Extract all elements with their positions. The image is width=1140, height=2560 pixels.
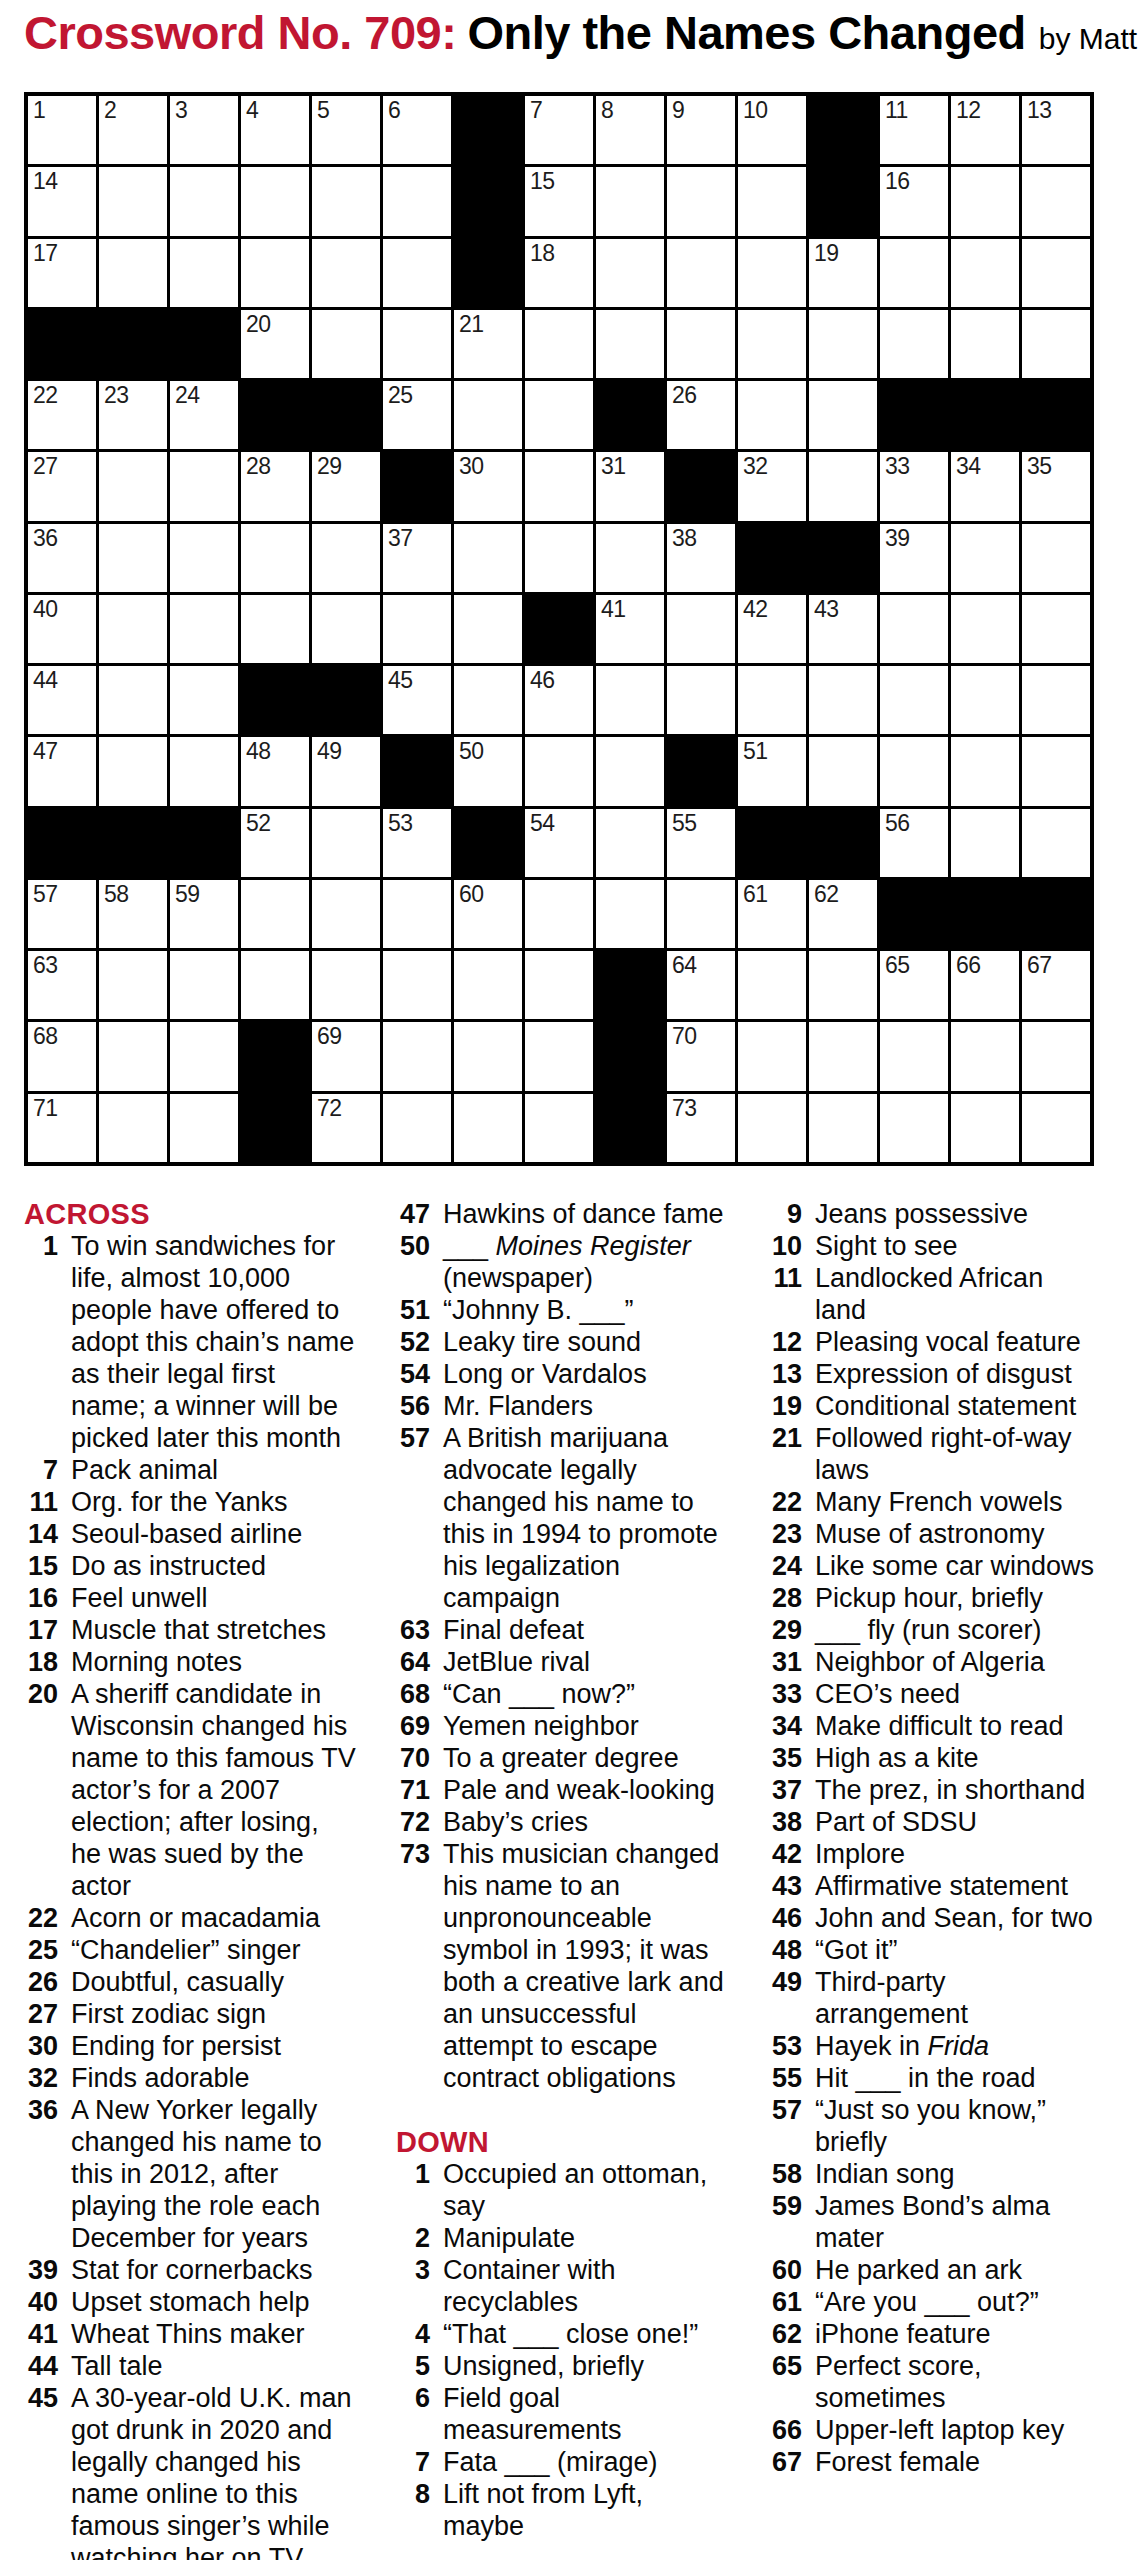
grid-cell-r6c9[interactable]: 31 — [596, 452, 664, 520]
grid-cell-r13c13[interactable]: 65 — [880, 951, 948, 1019]
cell-number: 70 — [672, 1024, 697, 1049]
grid-cell-r11c15[interactable] — [1022, 809, 1090, 877]
grid-cell-r10c11[interactable]: 51 — [738, 737, 806, 805]
grid-cell-r10c8[interactable] — [525, 737, 593, 805]
across-clue-64: 64JetBlue rival — [396, 1646, 731, 1678]
grid-cell-r9c3[interactable] — [170, 666, 238, 734]
across-clue-17: 17Muscle that stretches — [24, 1614, 359, 1646]
grid-cell-r7c4[interactable] — [241, 524, 309, 592]
down-clue-7: 7Fata ___ (mirage) — [396, 2446, 731, 2478]
clue-text: Muse of astronomy — [802, 1518, 1100, 1550]
grid-cell-r15c15[interactable] — [1022, 1094, 1090, 1162]
clue-text: Org. for the Yanks — [58, 1486, 356, 1518]
grid-cell-r4c15[interactable] — [1022, 310, 1090, 378]
cell-number: 61 — [743, 882, 768, 907]
grid-cell-r13c6[interactable] — [383, 951, 451, 1019]
grid-cell-r3c6[interactable] — [383, 239, 451, 307]
grid-cell-r10c9[interactable] — [596, 737, 664, 805]
grid-cell-r14c8[interactable] — [525, 1022, 593, 1090]
grid-cell-r7c2[interactable] — [99, 524, 167, 592]
grid-cell-r13c2[interactable] — [99, 951, 167, 1019]
grid-cell-r7c8[interactable] — [525, 524, 593, 592]
grid-cell-r4c5[interactable] — [312, 310, 380, 378]
grid-cell-r14c15[interactable] — [1022, 1022, 1090, 1090]
cell-number: 23 — [104, 383, 129, 408]
grid-cell-r1c11[interactable]: 10 — [738, 96, 806, 164]
cell-number: 25 — [388, 383, 413, 408]
cell-number: 39 — [885, 526, 910, 551]
clue-text: ___ fly (run scorer) — [802, 1614, 1100, 1646]
across-clue-71: 71Pale and weak-looking — [396, 1774, 731, 1806]
grid-cell-r2c10[interactable] — [667, 167, 735, 235]
cell-number: 32 — [743, 454, 768, 479]
clue-number: 34 — [768, 1710, 802, 1742]
grid-cell-r13c5[interactable] — [312, 951, 380, 1019]
grid-cell-r9c2[interactable] — [99, 666, 167, 734]
clue-text: Part of SDSU — [802, 1806, 1100, 1838]
grid-cell-r6c14[interactable]: 34 — [951, 452, 1019, 520]
grid-cell-r1c2[interactable]: 2 — [99, 96, 167, 164]
grid-cell-r6c11[interactable]: 32 — [738, 452, 806, 520]
clue-text: Expression of disgust — [802, 1358, 1100, 1390]
grid-cell-r4c11[interactable] — [738, 310, 806, 378]
grid-cell-r15c8[interactable] — [525, 1094, 593, 1162]
cell-number: 72 — [317, 1096, 342, 1121]
grid-cell-r15c13[interactable] — [880, 1094, 948, 1162]
grid-cell-r8c13[interactable] — [880, 595, 948, 663]
cell-number: 9 — [672, 98, 684, 123]
clue-text: “Can ___ now?” — [430, 1678, 728, 1710]
grid-cell-r2c11[interactable] — [738, 167, 806, 235]
grid-cell-r8c14[interactable] — [951, 595, 1019, 663]
grid-cell-r11c13[interactable]: 56 — [880, 809, 948, 877]
grid-cell-r5c11[interactable] — [738, 381, 806, 449]
grid-cell-r11c4[interactable]: 52 — [241, 809, 309, 877]
grid-cell-r5c2[interactable]: 23 — [99, 381, 167, 449]
grid-cell-r15c3[interactable] — [170, 1094, 238, 1162]
grid-cell-r3c8[interactable]: 18 — [525, 239, 593, 307]
cell-number: 51 — [743, 739, 768, 764]
grid-cell-r4c7[interactable]: 21 — [454, 310, 522, 378]
black-cell-r7c12 — [809, 524, 877, 592]
grid-cell-r6c7[interactable]: 30 — [454, 452, 522, 520]
clue-text: Implore — [802, 1838, 1100, 1870]
title-name: Only the Names Changed — [467, 6, 1025, 59]
page-title: Crossword No. 709:Only the Names Changed… — [24, 8, 1140, 64]
cell-number: 59 — [175, 882, 200, 907]
grid-cell-r12c9[interactable] — [596, 880, 664, 948]
clue-number: 4 — [396, 2318, 430, 2350]
grid-cell-r9c13[interactable] — [880, 666, 948, 734]
clue-text: Hawkins of dance fame — [430, 1198, 728, 1230]
grid-cell-r3c13[interactable] — [880, 239, 948, 307]
grid-cell-r4c14[interactable] — [951, 310, 1019, 378]
grid-cell-r7c3[interactable] — [170, 524, 238, 592]
grid-cell-r5c7[interactable] — [454, 381, 522, 449]
cell-number: 57 — [33, 882, 58, 907]
clue-text: A 30-year-old U.K. man got drunk in 2020… — [58, 2382, 356, 2560]
clue-number: 54 — [396, 1358, 430, 1390]
grid-cell-r7c5[interactable] — [312, 524, 380, 592]
clue-text: “Got it” — [802, 1934, 1100, 1966]
grid-cell-r6c2[interactable] — [99, 452, 167, 520]
grid-cell-r4c9[interactable] — [596, 310, 664, 378]
clue-number: 59 — [768, 2190, 802, 2222]
grid-cell-r10c4[interactable]: 48 — [241, 737, 309, 805]
clue-number: 35 — [768, 1742, 802, 1774]
grid-cell-r12c5[interactable] — [312, 880, 380, 948]
grid-cell-r8c2[interactable] — [99, 595, 167, 663]
cell-number: 43 — [814, 597, 839, 622]
grid-cell-r3c14[interactable] — [951, 239, 1019, 307]
grid-cell-r14c7[interactable] — [454, 1022, 522, 1090]
grid-cell-r14c14[interactable] — [951, 1022, 1019, 1090]
clue-text: Field goal measurements — [430, 2382, 728, 2446]
grid-cell-r2c8[interactable]: 15 — [525, 167, 593, 235]
down-clue-6: 6Field goal measurements — [396, 2382, 731, 2446]
grid-cell-r12c8[interactable] — [525, 880, 593, 948]
black-cell-r4c3 — [170, 310, 238, 378]
grid-cell-r13c1[interactable]: 63 — [28, 951, 96, 1019]
black-cell-r15c4 — [241, 1094, 309, 1162]
clue-text: He parked an ark — [802, 2254, 1100, 2286]
grid-cell-r12c2[interactable]: 58 — [99, 880, 167, 948]
grid-cell-r14c13[interactable] — [880, 1022, 948, 1090]
clue-text: Many French vowels — [802, 1486, 1100, 1518]
down-clue-4: 4“That ___ close one!” — [396, 2318, 731, 2350]
grid-cell-r4c10[interactable] — [667, 310, 735, 378]
grid-cell-r3c10[interactable] — [667, 239, 735, 307]
grid-cell-r11c6[interactable]: 53 — [383, 809, 451, 877]
cell-number: 68 — [33, 1024, 58, 1049]
clue-text: “That ___ close one!” — [430, 2318, 728, 2350]
black-cell-r11c7 — [454, 809, 522, 877]
grid-cell-r7c6[interactable]: 37 — [383, 524, 451, 592]
grid-cell-r10c15[interactable] — [1022, 737, 1090, 805]
grid-cell-r9c11[interactable] — [738, 666, 806, 734]
grid-cell-r2c5[interactable] — [312, 167, 380, 235]
grid-cell-r12c3[interactable]: 59 — [170, 880, 238, 948]
grid-cell-r1c1[interactable]: 1 — [28, 96, 96, 164]
grid-cell-r9c10[interactable] — [667, 666, 735, 734]
grid-cell-r9c9[interactable] — [596, 666, 664, 734]
grid-cell-r10c14[interactable] — [951, 737, 1019, 805]
clue-text: A New Yorker legally changed his name to… — [58, 2094, 356, 2254]
grid-cell-r8c1[interactable]: 40 — [28, 595, 96, 663]
grid-cell-r1c4[interactable]: 4 — [241, 96, 309, 164]
grid-cell-r2c14[interactable] — [951, 167, 1019, 235]
clue-number: 32 — [24, 2062, 58, 2094]
cell-number: 54 — [530, 811, 555, 836]
grid-cell-r8c9[interactable]: 41 — [596, 595, 664, 663]
cell-number: 58 — [104, 882, 129, 907]
grid-cell-r4c13[interactable] — [880, 310, 948, 378]
grid-cell-r1c13[interactable]: 11 — [880, 96, 948, 164]
down-clue-55: 55Hit ___ in the road — [768, 2062, 1103, 2094]
clue-number: 17 — [24, 1614, 58, 1646]
clue-number: 2 — [396, 2222, 430, 2254]
grid-cell-r9c15[interactable] — [1022, 666, 1090, 734]
down-clue-42: 42Implore — [768, 1838, 1103, 1870]
black-cell-r3c7 — [454, 239, 522, 307]
down-clue-11: 11Landlocked African land — [768, 1262, 1103, 1326]
grid-cell-r5c6[interactable]: 25 — [383, 381, 451, 449]
down-clue-34: 34Make difficult to read — [768, 1710, 1103, 1742]
grid-cell-r13c14[interactable]: 66 — [951, 951, 1019, 1019]
grid-cell-r14c3[interactable] — [170, 1022, 238, 1090]
cell-number: 13 — [1027, 98, 1052, 123]
clue-text: Acorn or macadamia — [58, 1902, 356, 1934]
clue-text: Indian song — [802, 2158, 1100, 2190]
cell-number: 47 — [33, 739, 58, 764]
grid-cell-r13c7[interactable] — [454, 951, 522, 1019]
clue-number: 70 — [396, 1742, 430, 1774]
grid-cell-r8c6[interactable] — [383, 595, 451, 663]
grid-cell-r8c3[interactable] — [170, 595, 238, 663]
cell-number: 10 — [743, 98, 768, 123]
cell-number: 29 — [317, 454, 342, 479]
across-clue-27: 27First zodiac sign — [24, 1998, 359, 2030]
grid-cell-r10c13[interactable] — [880, 737, 948, 805]
clue-number: 7 — [396, 2446, 430, 2478]
cell-number: 45 — [388, 668, 413, 693]
black-cell-r5c15 — [1022, 381, 1090, 449]
grid-cell-r1c8[interactable]: 7 — [525, 96, 593, 164]
down-clue-1: 1Occupied an ottoman, say — [396, 2158, 731, 2222]
grid-cell-r9c14[interactable] — [951, 666, 1019, 734]
grid-cell-r8c12[interactable]: 43 — [809, 595, 877, 663]
grid-cell-r15c2[interactable] — [99, 1094, 167, 1162]
grid-cell-r11c8[interactable]: 54 — [525, 809, 593, 877]
grid-cell-r7c15[interactable] — [1022, 524, 1090, 592]
down-clue-22: 22Many French vowels — [768, 1486, 1103, 1518]
grid-cell-r9c1[interactable]: 44 — [28, 666, 96, 734]
grid-cell-r8c15[interactable] — [1022, 595, 1090, 663]
grid-cell-r6c12[interactable] — [809, 452, 877, 520]
grid-cell-r5c10[interactable]: 26 — [667, 381, 735, 449]
grid-cell-r10c7[interactable]: 50 — [454, 737, 522, 805]
grid-cell-r6c3[interactable] — [170, 452, 238, 520]
grid-cell-r10c3[interactable] — [170, 737, 238, 805]
grid-cell-r14c6[interactable] — [383, 1022, 451, 1090]
grid-cell-r3c3[interactable] — [170, 239, 238, 307]
clue-text: ___ Moines Register (newspaper) — [430, 1230, 728, 1294]
grid-cell-r2c4[interactable] — [241, 167, 309, 235]
down-clue-58: 58Indian song — [768, 2158, 1103, 2190]
grid-cell-r12c7[interactable]: 60 — [454, 880, 522, 948]
grid-cell-r15c5[interactable]: 72 — [312, 1094, 380, 1162]
grid-cell-r9c6[interactable]: 45 — [383, 666, 451, 734]
grid-cell-r7c10[interactable]: 38 — [667, 524, 735, 592]
grid-cell-r3c9[interactable] — [596, 239, 664, 307]
grid-cell-r3c11[interactable] — [738, 239, 806, 307]
grid-cell-r12c4[interactable] — [241, 880, 309, 948]
clue-number: 44 — [24, 2350, 58, 2382]
clue-text: Upper-left laptop key — [802, 2414, 1100, 2446]
grid-cell-r8c4[interactable] — [241, 595, 309, 663]
clue-text: Container with recyclables — [430, 2254, 728, 2318]
grid-cell-r8c7[interactable] — [454, 595, 522, 663]
grid-cell-r15c11[interactable] — [738, 1094, 806, 1162]
grid-cell-r10c12[interactable] — [809, 737, 877, 805]
grid-cell-r13c12[interactable] — [809, 951, 877, 1019]
clue-number: 18 — [24, 1646, 58, 1678]
grid-cell-r3c15[interactable] — [1022, 239, 1090, 307]
down-clue-53: 53Hayek in Frida — [768, 2030, 1103, 2062]
grid-cell-r12c6[interactable] — [383, 880, 451, 948]
cell-number: 4 — [246, 98, 258, 123]
clue-number: 66 — [768, 2414, 802, 2446]
grid-cell-r11c14[interactable] — [951, 809, 1019, 877]
grid-cell-r5c1[interactable]: 22 — [28, 381, 96, 449]
grid-cell-r3c4[interactable] — [241, 239, 309, 307]
black-cell-r7c11 — [738, 524, 806, 592]
clue-number: 40 — [24, 2286, 58, 2318]
grid-cell-r4c4[interactable]: 20 — [241, 310, 309, 378]
grid-cell-r13c11[interactable] — [738, 951, 806, 1019]
grid-cell-r14c5[interactable]: 69 — [312, 1022, 380, 1090]
grid-cell-r1c14[interactable]: 12 — [951, 96, 1019, 164]
clue-number: 57 — [396, 1422, 430, 1454]
clue-number: 1 — [396, 2158, 430, 2190]
grid-cell-r7c7[interactable] — [454, 524, 522, 592]
grid-cell-r8c11[interactable]: 42 — [738, 595, 806, 663]
cell-number: 7 — [530, 98, 542, 123]
grid-cell-r2c15[interactable] — [1022, 167, 1090, 235]
grid-cell-r11c5[interactable] — [312, 809, 380, 877]
grid-cell-r14c11[interactable] — [738, 1022, 806, 1090]
clue-number: 49 — [768, 1966, 802, 1998]
grid-cell-r11c9[interactable] — [596, 809, 664, 877]
grid-cell-r6c15[interactable]: 35 — [1022, 452, 1090, 520]
grid-cell-r7c9[interactable] — [596, 524, 664, 592]
clue-text: First zodiac sign — [58, 1998, 356, 2030]
grid-cell-r2c3[interactable] — [170, 167, 238, 235]
grid-cell-r13c3[interactable] — [170, 951, 238, 1019]
black-cell-r11c2 — [99, 809, 167, 877]
grid-cell-r1c10[interactable]: 9 — [667, 96, 735, 164]
grid-cell-r2c2[interactable] — [99, 167, 167, 235]
grid-cell-r14c10[interactable]: 70 — [667, 1022, 735, 1090]
grid-cell-r5c8[interactable] — [525, 381, 593, 449]
grid-cell-r13c15[interactable]: 67 — [1022, 951, 1090, 1019]
grid-cell-r1c9[interactable]: 8 — [596, 96, 664, 164]
grid-cell-r6c13[interactable]: 33 — [880, 452, 948, 520]
black-cell-r11c12 — [809, 809, 877, 877]
cell-number: 71 — [33, 1096, 58, 1121]
clue-number: 53 — [768, 2030, 802, 2062]
grid-cell-r9c7[interactable] — [454, 666, 522, 734]
grid-cell-r12c11[interactable]: 61 — [738, 880, 806, 948]
grid-cell-r15c12[interactable] — [809, 1094, 877, 1162]
grid-cell-r10c1[interactable]: 47 — [28, 737, 96, 805]
grid-cell-r9c12[interactable] — [809, 666, 877, 734]
grid-cell-r14c12[interactable] — [809, 1022, 877, 1090]
grid-cell-r12c10[interactable] — [667, 880, 735, 948]
grid-cell-r2c1[interactable]: 14 — [28, 167, 96, 235]
grid-cell-r7c13[interactable]: 39 — [880, 524, 948, 592]
cell-number: 24 — [175, 383, 200, 408]
grid-cell-r5c12[interactable] — [809, 381, 877, 449]
grid-cell-r3c5[interactable] — [312, 239, 380, 307]
grid-cell-r1c5[interactable]: 5 — [312, 96, 380, 164]
down-clue-60: 60He parked an ark — [768, 2254, 1103, 2286]
grid-cell-r14c2[interactable] — [99, 1022, 167, 1090]
grid-cell-r6c8[interactable] — [525, 452, 593, 520]
grid-cell-r13c8[interactable] — [525, 951, 593, 1019]
cell-number: 34 — [956, 454, 981, 479]
clue-text: Affirmative statement — [802, 1870, 1100, 1902]
down-clue-48: 48“Got it” — [768, 1934, 1103, 1966]
grid-cell-r10c2[interactable] — [99, 737, 167, 805]
across-clue-14: 14Seoul-based airline — [24, 1518, 359, 1550]
grid-cell-r6c1[interactable]: 27 — [28, 452, 96, 520]
grid-cell-r7c1[interactable]: 36 — [28, 524, 96, 592]
grid-cell-r2c6[interactable] — [383, 167, 451, 235]
grid-cell-r15c14[interactable] — [951, 1094, 1019, 1162]
black-cell-r1c12 — [809, 96, 877, 164]
down-clue-3: 3Container with recyclables — [396, 2254, 731, 2318]
grid-cell-r15c1[interactable]: 71 — [28, 1094, 96, 1162]
clue-text: High as a kite — [802, 1742, 1100, 1774]
clue-section-gap — [396, 2094, 731, 2126]
cell-number: 5 — [317, 98, 329, 123]
grid-cell-r15c6[interactable] — [383, 1094, 451, 1162]
grid-cell-r2c9[interactable] — [596, 167, 664, 235]
grid-cell-r13c10[interactable]: 64 — [667, 951, 735, 1019]
grid-cell-r15c7[interactable] — [454, 1094, 522, 1162]
grid-cell-r15c10[interactable]: 73 — [667, 1094, 735, 1162]
grid-cell-r7c14[interactable] — [951, 524, 1019, 592]
across-clue-22: 22Acorn or macadamia — [24, 1902, 359, 1934]
grid-cell-r3c1[interactable]: 17 — [28, 239, 96, 307]
grid-cell-r3c2[interactable] — [99, 239, 167, 307]
grid-cell-r5c3[interactable]: 24 — [170, 381, 238, 449]
black-cell-r8c8 — [525, 595, 593, 663]
grid-cell-r1c15[interactable]: 13 — [1022, 96, 1090, 164]
grid-cell-r12c12[interactable]: 62 — [809, 880, 877, 948]
grid-cell-r3c12[interactable]: 19 — [809, 239, 877, 307]
grid-cell-r12c1[interactable]: 57 — [28, 880, 96, 948]
grid-cell-r13c4[interactable] — [241, 951, 309, 1019]
grid-cell-r1c3[interactable]: 3 — [170, 96, 238, 164]
black-cell-r11c3 — [170, 809, 238, 877]
grid-cell-r8c10[interactable] — [667, 595, 735, 663]
grid-cell-r1c6[interactable]: 6 — [383, 96, 451, 164]
grid-cell-r4c12[interactable] — [809, 310, 877, 378]
grid-cell-r11c10[interactable]: 55 — [667, 809, 735, 877]
grid-cell-r6c4[interactable]: 28 — [241, 452, 309, 520]
grid-cell-r14c1[interactable]: 68 — [28, 1022, 96, 1090]
grid-cell-r10c5[interactable]: 49 — [312, 737, 380, 805]
clue-number: 47 — [396, 1198, 430, 1230]
clue-text: “Just so you know,” briefly — [802, 2094, 1100, 2158]
clue-text: A British marijuana advocate legally cha… — [430, 1422, 728, 1614]
grid-cell-r4c6[interactable] — [383, 310, 451, 378]
clue-number: 10 — [768, 1230, 802, 1262]
grid-cell-r6c5[interactable]: 29 — [312, 452, 380, 520]
across-clue-26: 26Doubtful, casually — [24, 1966, 359, 1998]
grid-cell-r2c13[interactable]: 16 — [880, 167, 948, 235]
cell-number: 52 — [246, 811, 271, 836]
across-clue-63: 63Final defeat — [396, 1614, 731, 1646]
grid-cell-r9c8[interactable]: 46 — [525, 666, 593, 734]
down-clue-2: 2Manipulate — [396, 2222, 731, 2254]
clue-number: 20 — [24, 1678, 58, 1710]
grid-cell-r4c8[interactable] — [525, 310, 593, 378]
grid-cell-r8c5[interactable] — [312, 595, 380, 663]
clue-text: Pleasing vocal feature — [802, 1326, 1100, 1358]
